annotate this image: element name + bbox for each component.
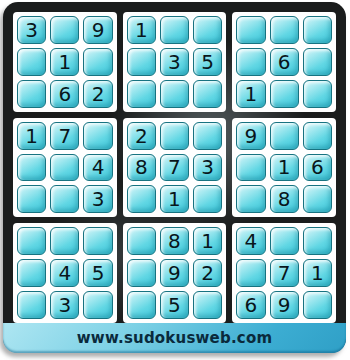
cell-r2c9[interactable]: [303, 48, 332, 76]
cell-r9c7[interactable]: 6: [236, 291, 265, 319]
cell-r7c5[interactable]: 8: [160, 227, 189, 255]
cell-r8c6[interactable]: 2: [193, 259, 222, 287]
sudoku-board: 391621356117432873191684538192547169 www…: [3, 2, 346, 353]
cell-r2c3[interactable]: [83, 48, 112, 76]
cell-r7c6[interactable]: 1: [193, 227, 222, 255]
cell-r1c2[interactable]: [50, 16, 79, 44]
box-4: 1743: [13, 118, 117, 218]
site-label: www.sudokusweb.com: [77, 329, 272, 347]
cell-r5c9[interactable]: 6: [303, 154, 332, 182]
cell-r2c8[interactable]: 6: [270, 48, 299, 76]
cell-r3c3[interactable]: 2: [83, 80, 112, 108]
cell-r7c8[interactable]: [270, 227, 299, 255]
cell-r5c8[interactable]: 1: [270, 154, 299, 182]
box-7: 453: [13, 223, 117, 323]
cell-r8c1[interactable]: [17, 259, 46, 287]
cell-r4c9[interactable]: [303, 122, 332, 150]
cell-r9c5[interactable]: 5: [160, 291, 189, 319]
cell-r7c4[interactable]: [127, 227, 156, 255]
cell-r5c4[interactable]: 8: [127, 154, 156, 182]
cell-r9c1[interactable]: [17, 291, 46, 319]
box-2: 135: [123, 12, 227, 112]
cell-r6c4[interactable]: [127, 185, 156, 213]
cell-r6c5[interactable]: 1: [160, 185, 189, 213]
cell-r6c1[interactable]: [17, 185, 46, 213]
cell-r8c9[interactable]: 1: [303, 259, 332, 287]
cell-r3c4[interactable]: [127, 80, 156, 108]
cell-r6c8[interactable]: 8: [270, 185, 299, 213]
box-9: 47169: [232, 223, 336, 323]
cell-r7c3[interactable]: [83, 227, 112, 255]
cell-r1c4[interactable]: 1: [127, 16, 156, 44]
cell-r9c8[interactable]: 9: [270, 291, 299, 319]
cell-r6c6[interactable]: [193, 185, 222, 213]
footer-bar: www.sudokusweb.com: [3, 323, 346, 353]
box-1: 39162: [13, 12, 117, 112]
cell-r3c7[interactable]: 1: [236, 80, 265, 108]
cell-r8c4[interactable]: [127, 259, 156, 287]
cell-r2c6[interactable]: 5: [193, 48, 222, 76]
cell-r6c9[interactable]: [303, 185, 332, 213]
cell-r7c1[interactable]: [17, 227, 46, 255]
cell-r4c1[interactable]: 1: [17, 122, 46, 150]
cell-r9c4[interactable]: [127, 291, 156, 319]
cell-r2c4[interactable]: [127, 48, 156, 76]
cell-r7c7[interactable]: 4: [236, 227, 265, 255]
cell-r3c5[interactable]: [160, 80, 189, 108]
cell-r7c9[interactable]: [303, 227, 332, 255]
cell-r4c4[interactable]: 2: [127, 122, 156, 150]
box-5: 28731: [123, 118, 227, 218]
cell-r4c8[interactable]: [270, 122, 299, 150]
cell-r1c8[interactable]: [270, 16, 299, 44]
cell-r2c7[interactable]: [236, 48, 265, 76]
sudoku-page: 391621356117432873191684538192547169 www…: [0, 0, 350, 360]
cell-r1c3[interactable]: 9: [83, 16, 112, 44]
cell-r4c3[interactable]: [83, 122, 112, 150]
board-grid: 391621356117432873191684538192547169: [13, 12, 336, 323]
cell-r9c9[interactable]: [303, 291, 332, 319]
cell-r5c1[interactable]: [17, 154, 46, 182]
box-8: 81925: [123, 223, 227, 323]
cell-r2c2[interactable]: 1: [50, 48, 79, 76]
cell-r4c5[interactable]: [160, 122, 189, 150]
cell-r2c5[interactable]: 3: [160, 48, 189, 76]
cell-r3c9[interactable]: [303, 80, 332, 108]
cell-r4c2[interactable]: 7: [50, 122, 79, 150]
cell-r4c6[interactable]: [193, 122, 222, 150]
cell-r3c8[interactable]: [270, 80, 299, 108]
cell-r3c6[interactable]: [193, 80, 222, 108]
cell-r1c6[interactable]: [193, 16, 222, 44]
cell-r1c7[interactable]: [236, 16, 265, 44]
cell-r5c5[interactable]: 7: [160, 154, 189, 182]
cell-r1c9[interactable]: [303, 16, 332, 44]
box-6: 9168: [232, 118, 336, 218]
cell-r8c7[interactable]: [236, 259, 265, 287]
cell-r6c7[interactable]: [236, 185, 265, 213]
cell-r5c3[interactable]: 4: [83, 154, 112, 182]
cell-r1c1[interactable]: 3: [17, 16, 46, 44]
cell-r8c3[interactable]: 5: [83, 259, 112, 287]
cell-r8c2[interactable]: 4: [50, 259, 79, 287]
cell-r9c6[interactable]: [193, 291, 222, 319]
cell-r4c7[interactable]: 9: [236, 122, 265, 150]
cell-r1c5[interactable]: [160, 16, 189, 44]
cell-r6c2[interactable]: [50, 185, 79, 213]
cell-r2c1[interactable]: [17, 48, 46, 76]
box-3: 61: [232, 12, 336, 112]
cell-r5c2[interactable]: [50, 154, 79, 182]
cell-r5c6[interactable]: 3: [193, 154, 222, 182]
cell-r9c3[interactable]: [83, 291, 112, 319]
cell-r8c8[interactable]: 7: [270, 259, 299, 287]
cell-r9c2[interactable]: 3: [50, 291, 79, 319]
cell-r3c1[interactable]: [17, 80, 46, 108]
cell-r8c5[interactable]: 9: [160, 259, 189, 287]
cell-r5c7[interactable]: [236, 154, 265, 182]
cell-r7c2[interactable]: [50, 227, 79, 255]
cell-r3c2[interactable]: 6: [50, 80, 79, 108]
cell-r6c3[interactable]: 3: [83, 185, 112, 213]
